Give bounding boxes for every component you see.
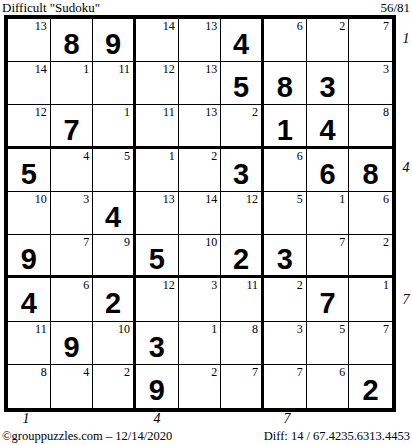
cell-value: 3: [221, 158, 261, 191]
cell-r6c2[interactable]: 7: [51, 235, 94, 278]
corner-mark: 10: [205, 235, 217, 249]
cell-r8c3[interactable]: 10: [93, 322, 136, 365]
cell-r9c2[interactable]: 4: [51, 365, 94, 408]
cell-r7c1[interactable]: 4: [8, 278, 51, 321]
puzzle-title: Difficult "Sudoku": [2, 0, 100, 15]
row-label-7: 7: [399, 293, 412, 307]
cell-r4c1[interactable]: 5: [8, 149, 51, 192]
cell-r3c8[interactable]: 4: [307, 105, 350, 148]
corner-mark: 7: [383, 19, 389, 33]
cell-r2c7[interactable]: 8: [264, 62, 307, 105]
row-label-1: 1: [399, 32, 412, 46]
cell-value: 9: [136, 374, 178, 408]
cell-r4c7[interactable]: 6: [264, 149, 307, 192]
corner-mark: 1: [124, 105, 130, 119]
corner-mark: 4: [83, 365, 89, 379]
cell-value: 5: [8, 158, 50, 191]
cell-r6c8[interactable]: 7: [307, 235, 350, 278]
corner-mark: 8: [41, 365, 47, 379]
cell-r4c5[interactable]: 2: [179, 149, 222, 192]
cell-r3c2[interactable]: 7: [51, 105, 94, 148]
cell-r8c6[interactable]: 8: [221, 322, 264, 365]
cell-r4c2[interactable]: 4: [51, 149, 94, 192]
corner-mark: 2: [124, 365, 130, 379]
cell-r9c9[interactable]: 2: [349, 365, 392, 408]
cell-r5c4[interactable]: 13: [136, 192, 179, 235]
corner-mark: 14: [163, 19, 175, 33]
corner-mark: 7: [339, 235, 345, 249]
cell-r5c7[interactable]: 5: [264, 192, 307, 235]
cell-r2c4[interactable]: 12: [136, 62, 179, 105]
cell-r2c6[interactable]: 5: [221, 62, 264, 105]
cell-value: 3: [136, 331, 178, 364]
cell-r3c6[interactable]: 2: [221, 105, 264, 148]
cell-value: 1: [264, 114, 306, 145]
cell-r7c6[interactable]: 11: [221, 278, 264, 321]
cell-r2c8[interactable]: 3: [307, 62, 350, 105]
cell-r9c3[interactable]: 2: [93, 365, 136, 408]
cell-r8c1[interactable]: 11: [8, 322, 51, 365]
col-label-4: 4: [145, 412, 169, 426]
cell-r3c9[interactable]: 8: [349, 105, 392, 148]
cell-value: 6: [307, 158, 349, 191]
row-label-4: 4: [399, 161, 412, 175]
corner-mark: 6: [83, 278, 89, 292]
corner-mark: 10: [118, 322, 130, 336]
corner-mark: 1: [83, 62, 89, 76]
corner-mark: 7: [83, 235, 89, 249]
cell-r1c9[interactable]: 7: [349, 19, 392, 62]
corner-mark: 13: [35, 19, 47, 33]
cell-r7c2[interactable]: 6: [51, 278, 94, 321]
cell-r3c7[interactable]: 1: [264, 105, 307, 148]
corner-mark: 13: [163, 192, 175, 206]
cell-r9c4[interactable]: 9: [136, 365, 179, 408]
cell-r5c3[interactable]: 4: [93, 192, 136, 235]
corner-mark: 11: [163, 105, 175, 119]
cell-value: 4: [8, 287, 50, 320]
cell-r9c8[interactable]: 6: [307, 365, 350, 408]
corner-mark: 4: [83, 149, 89, 163]
cell-r2c3[interactable]: 11: [93, 62, 136, 105]
corner-mark: 11: [246, 278, 258, 292]
cell-value: 3: [307, 71, 349, 104]
cell-r2c9[interactable]: 3: [349, 62, 392, 105]
copyright-date: ©grouppuzzles.com – 12/14/2020: [2, 429, 172, 443]
difficulty-code: Diff: 14 / 67.4235.6313.4453: [264, 429, 410, 443]
cell-value: 4: [221, 28, 261, 61]
cell-r9c5[interactable]: 2: [179, 365, 222, 408]
corner-mark: 3: [211, 278, 217, 292]
cell-r6c4[interactable]: 5: [136, 235, 179, 278]
cell-r8c2[interactable]: 9: [51, 322, 94, 365]
empty-cell-counter: 56/81: [380, 0, 410, 15]
cell-value: 7: [307, 287, 349, 320]
cell-r6c5[interactable]: 10: [179, 235, 222, 278]
cell-r5c6[interactable]: 12: [221, 192, 264, 235]
cell-r4c4[interactable]: 1: [136, 149, 179, 192]
cell-value: 3: [264, 244, 306, 275]
cell-r7c8[interactable]: 7: [307, 278, 350, 321]
cell-r1c5[interactable]: 13: [179, 19, 222, 62]
corner-mark: 1: [169, 149, 175, 163]
cell-r8c5[interactable]: 1: [179, 322, 222, 365]
corner-mark: 8: [383, 105, 389, 119]
corner-mark: 7: [383, 322, 389, 336]
corner-mark: 6: [297, 149, 303, 163]
cell-r9c1[interactable]: 8: [8, 365, 51, 408]
cell-r8c7[interactable]: 3: [264, 322, 307, 365]
corner-mark: 3: [83, 192, 89, 206]
cell-r6c6[interactable]: 2: [221, 235, 264, 278]
corner-mark: 3: [383, 62, 389, 76]
cell-r5c8[interactable]: 1: [307, 192, 350, 235]
corner-mark: 1: [383, 278, 389, 292]
cell-r1c6[interactable]: 4: [221, 19, 264, 62]
corner-mark: 12: [35, 105, 47, 119]
cell-r4c8[interactable]: 6: [307, 149, 350, 192]
cell-r2c2[interactable]: 1: [51, 62, 94, 105]
cell-r6c7[interactable]: 3: [264, 235, 307, 278]
cell-r5c2[interactable]: 3: [51, 192, 94, 235]
corner-mark: 1: [339, 192, 345, 206]
corner-mark: 14: [35, 62, 47, 76]
corner-mark: 12: [246, 192, 258, 206]
corner-mark: 6: [339, 365, 345, 379]
cell-r9c7[interactable]: 7: [264, 365, 307, 408]
cell-r7c4[interactable]: 12: [136, 278, 179, 321]
cell-r8c9[interactable]: 7: [349, 322, 392, 365]
col-label-1: 1: [14, 412, 38, 426]
corner-mark: 3: [297, 322, 303, 336]
corner-mark: 5: [339, 322, 345, 336]
cell-r1c8[interactable]: 2: [307, 19, 350, 62]
cell-r1c1[interactable]: 13: [8, 19, 51, 62]
corner-mark: 12: [163, 278, 175, 292]
corner-mark: 1: [211, 322, 217, 336]
corner-mark: 2: [339, 19, 345, 33]
cell-r8c8[interactable]: 5: [307, 322, 350, 365]
cell-r6c9[interactable]: 2: [349, 235, 392, 278]
corner-mark: 2: [211, 365, 217, 379]
cell-value: 2: [93, 287, 133, 320]
cell-value: 9: [8, 244, 50, 275]
corner-mark: 2: [211, 149, 217, 163]
cell-r3c5[interactable]: 13: [179, 105, 222, 148]
corner-mark: 2: [383, 235, 389, 249]
cell-value: 2: [221, 244, 261, 275]
cell-r4c6[interactable]: 3: [221, 149, 264, 192]
corner-mark: 14: [205, 192, 217, 206]
cell-value: 5: [221, 71, 261, 104]
cell-r6c1[interactable]: 9: [8, 235, 51, 278]
cell-r5c5[interactable]: 14: [179, 192, 222, 235]
cell-r5c9[interactable]: 6: [349, 192, 392, 235]
corner-mark: 6: [297, 19, 303, 33]
cell-r3c1[interactable]: 12: [8, 105, 51, 148]
corner-mark: 7: [252, 365, 258, 379]
cell-r1c7[interactable]: 6: [264, 19, 307, 62]
corner-mark: 7: [297, 365, 303, 379]
col-label-7: 7: [275, 412, 299, 426]
cell-value: 9: [93, 28, 133, 61]
corner-mark: 5: [124, 149, 130, 163]
cell-r7c7[interactable]: 2: [264, 278, 307, 321]
cell-r8c4[interactable]: 3: [136, 322, 179, 365]
cell-r2c1[interactable]: 14: [8, 62, 51, 105]
cell-value: 4: [93, 201, 133, 234]
cell-r5c1[interactable]: 10: [8, 192, 51, 235]
corner-mark: 8: [252, 322, 258, 336]
cell-r6c3[interactable]: 9: [93, 235, 136, 278]
cell-r3c4[interactable]: 11: [136, 105, 179, 148]
cell-value: 9: [51, 331, 93, 364]
corner-mark: 13: [205, 105, 217, 119]
cell-r4c9[interactable]: 8: [349, 149, 392, 192]
corner-mark: 13: [205, 19, 217, 33]
corner-mark: 9: [124, 235, 130, 249]
corner-mark: 12: [163, 62, 175, 76]
corner-mark: 11: [35, 322, 47, 336]
corner-mark: 5: [297, 192, 303, 206]
cell-r4c3[interactable]: 5: [93, 149, 136, 192]
cell-value: 8: [264, 71, 306, 104]
cell-value: 2: [349, 374, 392, 408]
corner-mark: 13: [205, 62, 217, 76]
cell-r1c3[interactable]: 9: [93, 19, 136, 62]
sudoku-board: 1389141346271411112135833127111132148545…: [4, 15, 396, 412]
cell-value: 7: [51, 114, 93, 145]
cell-r7c9[interactable]: 1: [349, 278, 392, 321]
corner-mark: 2: [252, 105, 258, 119]
corner-mark: 6: [383, 192, 389, 206]
corner-mark: 11: [118, 62, 130, 76]
cell-r9c6[interactable]: 7: [221, 365, 264, 408]
cell-r2c5[interactable]: 13: [179, 62, 222, 105]
cell-r7c5[interactable]: 3: [179, 278, 222, 321]
cell-value: 8: [349, 158, 392, 191]
cell-value: 4: [307, 114, 349, 145]
cell-r1c2[interactable]: 8: [51, 19, 94, 62]
cell-value: 8: [51, 28, 93, 61]
cell-value: 5: [136, 244, 178, 275]
cell-r7c3[interactable]: 2: [93, 278, 136, 321]
cell-r1c4[interactable]: 14: [136, 19, 179, 62]
corner-mark: 10: [35, 192, 47, 206]
corner-mark: 2: [297, 278, 303, 292]
cell-r3c3[interactable]: 1: [93, 105, 136, 148]
